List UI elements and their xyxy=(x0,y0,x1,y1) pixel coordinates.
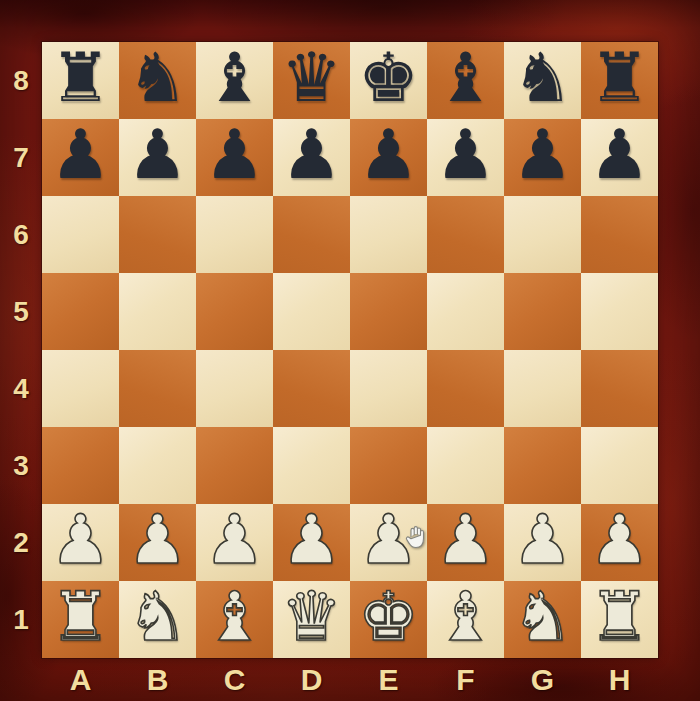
square-h2[interactable]: ♟ xyxy=(581,504,658,581)
black-rook[interactable]: ♜ xyxy=(50,39,111,116)
square-h1[interactable]: ♜ xyxy=(581,581,658,658)
square-e6[interactable] xyxy=(350,196,427,273)
square-g1[interactable]: ♞ xyxy=(504,581,581,658)
square-g6[interactable] xyxy=(504,196,581,273)
square-g4[interactable] xyxy=(504,350,581,427)
file-labels: ABCDEFGH xyxy=(42,658,658,701)
square-a1[interactable]: ♜ xyxy=(42,581,119,658)
square-a8[interactable]: ♜ xyxy=(42,42,119,119)
square-e7[interactable]: ♟ xyxy=(350,119,427,196)
square-c2[interactable]: ♟ xyxy=(196,504,273,581)
square-h8[interactable]: ♜ xyxy=(581,42,658,119)
square-e2[interactable]: ♟ xyxy=(350,504,427,581)
square-d6[interactable] xyxy=(273,196,350,273)
square-c7[interactable]: ♟ xyxy=(196,119,273,196)
white-rook[interactable]: ♜ xyxy=(589,578,650,655)
square-a2[interactable]: ♟ xyxy=(42,504,119,581)
square-b7[interactable]: ♟ xyxy=(119,119,196,196)
square-e8[interactable]: ♚ xyxy=(350,42,427,119)
rank-labels: 87654321 xyxy=(0,42,42,658)
square-d8[interactable]: ♛ xyxy=(273,42,350,119)
square-h6[interactable] xyxy=(581,196,658,273)
square-f1[interactable]: ♝ xyxy=(427,581,504,658)
black-knight[interactable]: ♞ xyxy=(512,39,573,116)
square-f5[interactable] xyxy=(427,273,504,350)
white-pawn[interactable]: ♟ xyxy=(512,501,573,578)
white-pawn[interactable]: ♟ xyxy=(204,501,265,578)
square-g3[interactable] xyxy=(504,427,581,504)
file-label-a: A xyxy=(42,658,119,701)
square-c1[interactable]: ♝ xyxy=(196,581,273,658)
file-label-d: D xyxy=(273,658,350,701)
file-label-b: B xyxy=(119,658,196,701)
square-c6[interactable] xyxy=(196,196,273,273)
black-pawn[interactable]: ♟ xyxy=(127,116,188,193)
square-h5[interactable] xyxy=(581,273,658,350)
file-label-c: C xyxy=(196,658,273,701)
rank-label-4: 4 xyxy=(0,350,42,427)
square-a3[interactable] xyxy=(42,427,119,504)
square-f6[interactable] xyxy=(427,196,504,273)
square-a4[interactable] xyxy=(42,350,119,427)
rank-label-1: 1 xyxy=(0,581,42,658)
square-d7[interactable]: ♟ xyxy=(273,119,350,196)
black-queen[interactable]: ♛ xyxy=(281,39,342,116)
square-c3[interactable] xyxy=(196,427,273,504)
rank-label-3: 3 xyxy=(0,427,42,504)
square-e5[interactable] xyxy=(350,273,427,350)
square-c8[interactable]: ♝ xyxy=(196,42,273,119)
square-f4[interactable] xyxy=(427,350,504,427)
rank-label-7: 7 xyxy=(0,119,42,196)
square-f8[interactable]: ♝ xyxy=(427,42,504,119)
file-label-f: F xyxy=(427,658,504,701)
black-pawn[interactable]: ♟ xyxy=(512,116,573,193)
white-knight[interactable]: ♞ xyxy=(512,578,573,655)
white-king[interactable]: ♚ xyxy=(358,578,419,655)
rank-label-8: 8 xyxy=(0,42,42,119)
square-g5[interactable] xyxy=(504,273,581,350)
file-label-h: H xyxy=(581,658,658,701)
black-pawn[interactable]: ♟ xyxy=(358,116,419,193)
black-pawn[interactable]: ♟ xyxy=(435,116,496,193)
square-g8[interactable]: ♞ xyxy=(504,42,581,119)
square-b8[interactable]: ♞ xyxy=(119,42,196,119)
black-bishop[interactable]: ♝ xyxy=(435,39,496,116)
white-queen[interactable]: ♛ xyxy=(281,578,342,655)
black-rook[interactable]: ♜ xyxy=(589,39,650,116)
square-b2[interactable]: ♟ xyxy=(119,504,196,581)
white-knight[interactable]: ♞ xyxy=(127,578,188,655)
black-bishop[interactable]: ♝ xyxy=(204,39,265,116)
square-e1[interactable]: ♚ xyxy=(350,581,427,658)
white-pawn[interactable]: ♟ xyxy=(358,501,419,578)
black-pawn[interactable]: ♟ xyxy=(204,116,265,193)
square-h3[interactable] xyxy=(581,427,658,504)
square-a5[interactable] xyxy=(42,273,119,350)
white-pawn[interactable]: ♟ xyxy=(435,501,496,578)
square-b3[interactable] xyxy=(119,427,196,504)
rank-label-6: 6 xyxy=(0,196,42,273)
black-king[interactable]: ♚ xyxy=(358,39,419,116)
square-a7[interactable]: ♟ xyxy=(42,119,119,196)
square-b1[interactable]: ♞ xyxy=(119,581,196,658)
white-pawn[interactable]: ♟ xyxy=(127,501,188,578)
square-f3[interactable] xyxy=(427,427,504,504)
square-d4[interactable] xyxy=(273,350,350,427)
black-knight[interactable]: ♞ xyxy=(127,39,188,116)
rank-label-5: 5 xyxy=(0,273,42,350)
white-bishop[interactable]: ♝ xyxy=(204,578,265,655)
square-d1[interactable]: ♛ xyxy=(273,581,350,658)
black-pawn[interactable]: ♟ xyxy=(50,116,111,193)
square-h7[interactable]: ♟ xyxy=(581,119,658,196)
square-e4[interactable] xyxy=(350,350,427,427)
square-f7[interactable]: ♟ xyxy=(427,119,504,196)
square-c5[interactable] xyxy=(196,273,273,350)
square-c4[interactable] xyxy=(196,350,273,427)
square-e3[interactable] xyxy=(350,427,427,504)
black-pawn[interactable]: ♟ xyxy=(589,116,650,193)
file-label-e: E xyxy=(350,658,427,701)
square-d5[interactable] xyxy=(273,273,350,350)
white-pawn[interactable]: ♟ xyxy=(589,501,650,578)
white-pawn[interactable]: ♟ xyxy=(281,501,342,578)
square-g2[interactable]: ♟ xyxy=(504,504,581,581)
file-label-g: G xyxy=(504,658,581,701)
square-a6[interactable] xyxy=(42,196,119,273)
square-d3[interactable] xyxy=(273,427,350,504)
white-bishop[interactable]: ♝ xyxy=(435,578,496,655)
square-d2[interactable]: ♟ xyxy=(273,504,350,581)
square-b4[interactable] xyxy=(119,350,196,427)
square-h4[interactable] xyxy=(581,350,658,427)
square-b6[interactable] xyxy=(119,196,196,273)
square-g7[interactable]: ♟ xyxy=(504,119,581,196)
square-b5[interactable] xyxy=(119,273,196,350)
white-rook[interactable]: ♜ xyxy=(50,578,111,655)
chess-board-window: 87654321 ♜♞♝♛♚♝♞♜♟♟♟♟♟♟♟♟♟♟♟♟♟♟♟♟♜♞♝♛♚♝♞… xyxy=(0,0,700,701)
rank-label-2: 2 xyxy=(0,504,42,581)
square-f2[interactable]: ♟ xyxy=(427,504,504,581)
white-pawn[interactable]: ♟ xyxy=(50,501,111,578)
black-pawn[interactable]: ♟ xyxy=(281,116,342,193)
chess-board[interactable]: ♜♞♝♛♚♝♞♜♟♟♟♟♟♟♟♟♟♟♟♟♟♟♟♟♜♞♝♛♚♝♞♜ xyxy=(42,42,658,658)
